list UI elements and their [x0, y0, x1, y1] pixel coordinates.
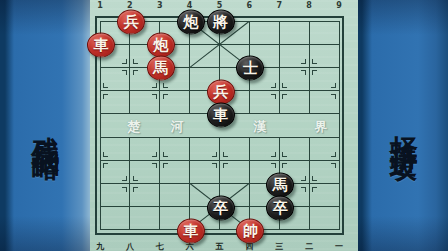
bottom-file-label-8: 二: [305, 241, 313, 251]
point-marker-7-4: [271, 83, 287, 99]
point-marker-7-7: [271, 152, 287, 168]
top-file-label-3: 3: [157, 1, 163, 10]
point-marker-3-4: [152, 83, 168, 99]
piece-red-馬-f3r3[interactable]: 馬: [147, 56, 175, 81]
left-title: 残局韬略: [31, 114, 59, 138]
top-file-label-6: 6: [247, 1, 253, 10]
left-title-panel: 残局韬略: [0, 0, 90, 251]
point-marker-8-8: [301, 176, 317, 192]
top-file-label-9: 9: [336, 1, 342, 10]
xiangqi-board[interactable]: 楚 河 漢 界 123456789九八七六五四三二一 兵炮將車炮馬士兵車馬卒卒車…: [90, 0, 358, 251]
piece-red-車-f4r10[interactable]: 車: [177, 218, 205, 243]
piece-black-車-f5r5[interactable]: 車: [207, 102, 235, 127]
river-text-right: 漢 界: [253, 118, 350, 136]
point-marker-3-7: [152, 152, 168, 168]
point-marker-9-4: [331, 83, 347, 99]
bottom-file-label-3: 七: [156, 241, 164, 251]
bottom-file-label-2: 八: [126, 241, 134, 251]
piece-black-卒-f5r9[interactable]: 卒: [207, 195, 235, 220]
point-marker-1-4: [92, 83, 108, 99]
piece-black-士-f6r3[interactable]: 士: [236, 56, 264, 81]
point-marker-1-7: [92, 152, 108, 168]
point-marker-2-3: [122, 59, 138, 75]
right-title: 择路进攻: [389, 114, 417, 138]
piece-black-卒-f7r9[interactable]: 卒: [266, 195, 294, 220]
piece-red-炮-f3r2[interactable]: 炮: [147, 33, 175, 58]
piece-red-兵-f5r4[interactable]: 兵: [207, 79, 235, 104]
piece-black-馬-f7r8[interactable]: 馬: [266, 172, 294, 197]
point-marker-2-8: [122, 176, 138, 192]
point-marker-9-7: [331, 152, 347, 168]
top-file-label-7: 7: [276, 1, 282, 10]
piece-red-帥-f6r10[interactable]: 帥: [236, 218, 264, 243]
piece-black-將-f5r1[interactable]: 將: [207, 10, 235, 35]
bottom-file-label-7: 三: [275, 241, 283, 251]
piece-black-炮-f4r1[interactable]: 炮: [177, 10, 205, 35]
bottom-file-label-1: 九: [96, 241, 104, 251]
bottom-file-label-9: 一: [335, 241, 343, 251]
piece-red-兵-f2r1[interactable]: 兵: [117, 10, 145, 35]
right-title-panel: 择路进攻: [358, 0, 448, 251]
top-file-label-8: 8: [306, 1, 312, 10]
point-marker-5-7: [212, 152, 228, 168]
bottom-file-label-5: 五: [216, 241, 224, 251]
video-frame: 残局韬略 楚 河 漢 界 123456789九八七六五四三二一 兵炮將車炮馬士兵…: [0, 0, 448, 251]
piece-red-車-f1r2[interactable]: 車: [87, 33, 115, 58]
point-marker-8-3: [301, 59, 317, 75]
top-file-label-1: 1: [97, 1, 103, 10]
river-text-left: 楚 河: [127, 118, 197, 136]
